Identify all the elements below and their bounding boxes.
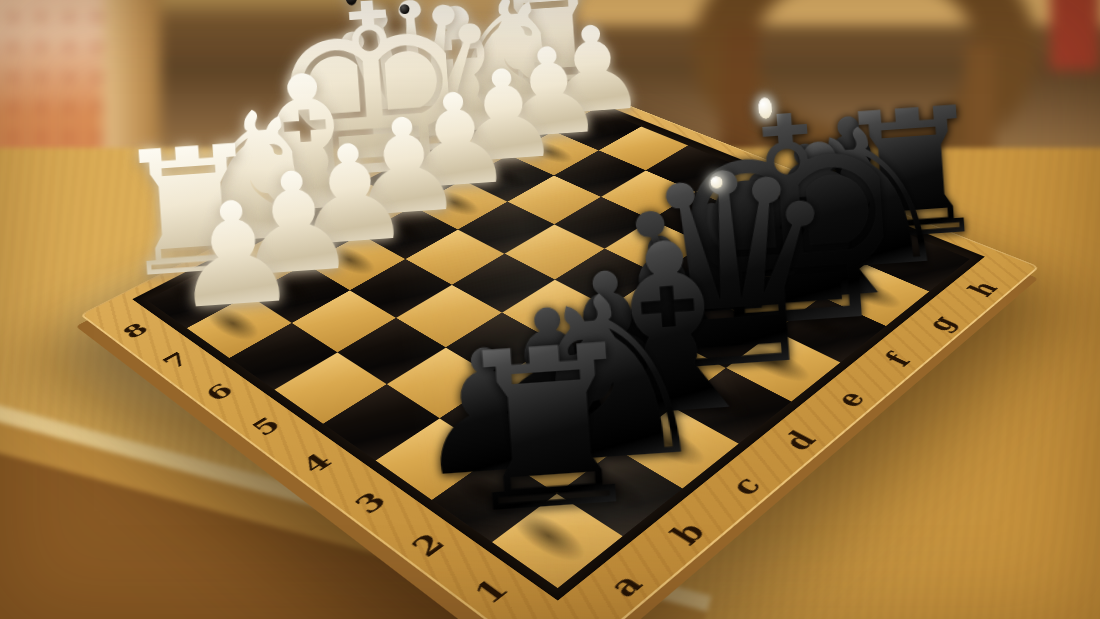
dark-finial-icon — [345, 0, 358, 6]
rank-label-6: 6 — [194, 376, 245, 409]
chess-scene: 87654321 hgfedcba ♜♞♝♚♛♝♞♜♟♟♟♟♟♟♟♟♟♟♟♟♟♟… — [0, 0, 1100, 619]
piece-glyph: ♟ — [128, 177, 340, 333]
rank-label-7: 7 — [151, 345, 201, 376]
rank-label-4: 4 — [288, 444, 343, 482]
rank-label-5: 5 — [239, 409, 292, 444]
light-finial-icon — [710, 175, 723, 188]
piece-glyph: ♜ — [417, 312, 682, 548]
rank-label-1: 1 — [460, 568, 522, 615]
